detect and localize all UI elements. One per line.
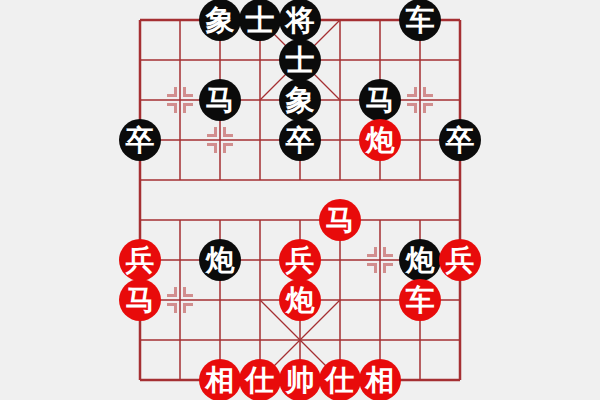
piece-red-horse[interactable]: 马: [119, 279, 161, 321]
piece-black-advisor[interactable]: 士: [239, 0, 281, 41]
last-move-marker: [167, 87, 193, 113]
piece-black-soldier[interactable]: 卒: [439, 119, 481, 161]
piece-red-cannon[interactable]: 炮: [279, 279, 321, 321]
piece-red-soldier[interactable]: 兵: [119, 239, 161, 281]
piece-black-elephant[interactable]: 象: [199, 0, 241, 41]
piece-red-advisor[interactable]: 仕: [239, 359, 281, 400]
xiangqi-board[interactable]: 象士将车士马象马卒卒炮卒马兵炮兵炮兵马炮车相仕帅仕相: [0, 0, 600, 400]
piece-red-elephant[interactable]: 相: [359, 359, 401, 400]
last-move-marker: [407, 87, 433, 113]
piece-red-elephant[interactable]: 相: [199, 359, 241, 400]
piece-red-chariot[interactable]: 车: [399, 279, 441, 321]
piece-black-soldier[interactable]: 卒: [119, 119, 161, 161]
piece-black-general[interactable]: 将: [279, 0, 321, 41]
piece-red-advisor[interactable]: 仕: [319, 359, 361, 400]
piece-red-soldier[interactable]: 兵: [279, 239, 321, 281]
piece-black-horse[interactable]: 马: [359, 79, 401, 121]
piece-black-elephant[interactable]: 象: [279, 79, 321, 121]
piece-black-chariot[interactable]: 车: [399, 0, 441, 41]
piece-red-cannon[interactable]: 炮: [359, 119, 401, 161]
piece-black-soldier[interactable]: 卒: [279, 119, 321, 161]
piece-red-soldier[interactable]: 兵: [439, 239, 481, 281]
last-move-marker: [367, 247, 393, 273]
piece-red-horse[interactable]: 马: [319, 199, 361, 241]
piece-black-advisor[interactable]: 士: [279, 39, 321, 81]
piece-black-cannon[interactable]: 炮: [199, 239, 241, 281]
piece-black-horse[interactable]: 马: [199, 79, 241, 121]
piece-red-general[interactable]: 帅: [279, 359, 321, 400]
last-move-marker: [167, 287, 193, 313]
last-move-marker: [207, 127, 233, 153]
piece-black-cannon[interactable]: 炮: [399, 239, 441, 281]
